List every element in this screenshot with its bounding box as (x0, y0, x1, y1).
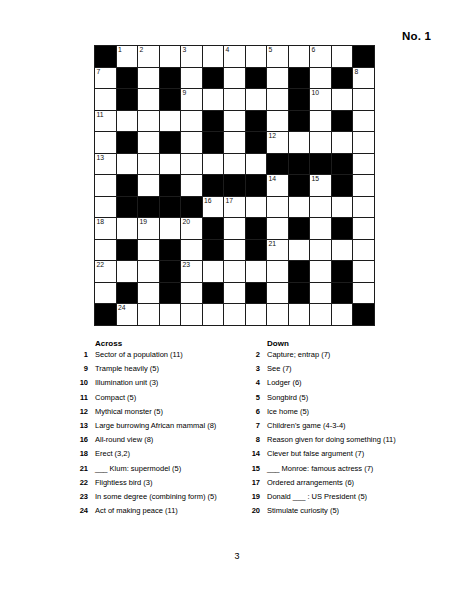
across-clue-row: 23In some degree (combining form) (5) (70, 492, 242, 506)
across-clue-row: 1Sector of a population (11) (70, 350, 242, 364)
black-cell (203, 240, 224, 261)
black-cell (117, 132, 138, 153)
black-cell (289, 154, 310, 175)
white-cell[interactable] (95, 132, 116, 153)
black-cell (289, 111, 310, 132)
white-cell[interactable] (95, 240, 116, 261)
cell-number: 23 (183, 261, 191, 269)
white-cell[interactable]: 2 (138, 46, 159, 67)
white-cell[interactable]: 1 (117, 46, 138, 67)
white-cell[interactable] (353, 175, 374, 196)
white-cell[interactable] (138, 304, 159, 325)
white-cell[interactable]: 15 (310, 175, 331, 196)
clue-text: See (7) (267, 364, 292, 373)
cell-number: 1 (118, 46, 122, 54)
black-cell (117, 89, 138, 110)
white-cell[interactable] (203, 261, 224, 282)
white-cell[interactable] (138, 283, 159, 304)
across-clue-row: 18Erect (3,2) (70, 449, 242, 463)
clue-number: 7 (242, 421, 260, 430)
white-cell[interactable] (224, 154, 245, 175)
down-clue-row: 7Children's game (4-3-4) (242, 421, 442, 435)
white-cell[interactable] (353, 218, 374, 239)
white-cell[interactable] (181, 304, 202, 325)
clue-number: 15 (242, 464, 260, 473)
clue-number: 11 (70, 393, 88, 402)
black-cell (246, 283, 267, 304)
down-clue-row: 8Reason given for doing something (11) (242, 435, 442, 449)
white-cell[interactable] (181, 175, 202, 196)
white-cell[interactable] (138, 240, 159, 261)
cell-number: 2 (140, 46, 144, 54)
white-cell[interactable] (289, 240, 310, 261)
white-cell[interactable] (246, 89, 267, 110)
across-clues: Across 1Sector of a population (11)9Tram… (70, 339, 242, 520)
black-cell (246, 111, 267, 132)
across-clue-row: 22Flightless bird (3) (70, 478, 242, 492)
white-cell[interactable] (310, 197, 331, 218)
black-cell (332, 218, 353, 239)
cell-number: 24 (118, 304, 126, 312)
clue-text: ___ Klum: supermodel (5) (95, 464, 181, 473)
across-clue-row: 21___ Klum: supermodel (5) (70, 464, 242, 478)
black-cell (95, 46, 116, 67)
cell-number: 19 (140, 218, 148, 226)
black-cell (289, 175, 310, 196)
white-cell[interactable]: 19 (138, 218, 159, 239)
white-cell[interactable] (224, 283, 245, 304)
puzzle-number: No. 1 (402, 30, 431, 42)
black-cell (246, 132, 267, 153)
clue-number: 5 (242, 393, 260, 402)
black-cell (246, 175, 267, 196)
white-cell[interactable] (353, 197, 374, 218)
black-cell (181, 197, 202, 218)
black-cell (267, 154, 288, 175)
black-cell (289, 261, 310, 282)
white-cell[interactable] (332, 46, 353, 67)
cell-number: 22 (97, 261, 105, 269)
black-cell (224, 175, 245, 196)
cell-number: 6 (312, 46, 316, 54)
clue-text: Capture; entrap (7) (267, 350, 330, 359)
clue-text: Trample heavily (5) (95, 364, 159, 373)
cell-number: 14 (269, 175, 277, 183)
white-cell[interactable] (310, 218, 331, 239)
down-clue-row: 19Donald ___ : US President (5) (242, 492, 442, 506)
white-cell[interactable] (267, 111, 288, 132)
white-cell[interactable] (181, 154, 202, 175)
clue-number: 18 (70, 449, 88, 458)
white-cell[interactable] (353, 240, 374, 261)
cell-number: 4 (226, 46, 230, 54)
black-cell (117, 283, 138, 304)
white-cell[interactable] (310, 132, 331, 153)
white-cell[interactable]: 7 (95, 68, 116, 89)
white-cell[interactable] (353, 111, 374, 132)
clue-text: In some degree (combining form) (5) (95, 492, 217, 501)
black-cell (117, 240, 138, 261)
clue-number: 19 (242, 492, 260, 501)
cell-number: 3 (183, 46, 187, 54)
black-cell (160, 175, 181, 196)
clue-number: 3 (242, 364, 260, 373)
cell-number: 10 (312, 89, 320, 97)
clue-number: 9 (70, 364, 88, 373)
white-cell[interactable] (117, 111, 138, 132)
white-cell[interactable] (181, 240, 202, 261)
white-cell[interactable] (117, 154, 138, 175)
white-cell[interactable] (310, 261, 331, 282)
white-cell[interactable] (224, 132, 245, 153)
black-cell (203, 111, 224, 132)
clue-text: Clever but false argument (7) (267, 449, 364, 458)
white-cell[interactable] (160, 218, 181, 239)
white-cell[interactable]: 17 (224, 197, 245, 218)
cell-number: 21 (269, 240, 277, 248)
black-cell (332, 111, 353, 132)
black-cell (160, 261, 181, 282)
clue-number: 12 (70, 407, 88, 416)
cell-number: 8 (355, 68, 359, 76)
white-cell[interactable]: 9 (181, 89, 202, 110)
white-cell[interactable] (181, 111, 202, 132)
black-cell (160, 68, 181, 89)
clue-text: Flightless bird (3) (95, 478, 153, 487)
black-cell (246, 218, 267, 239)
black-cell (332, 68, 353, 89)
clue-number: 6 (242, 407, 260, 416)
clue-number: 8 (242, 435, 260, 444)
clue-text: All-round view (8) (95, 435, 153, 444)
clue-text: Large burrowing African mammal (8) (95, 421, 216, 430)
cell-number: 13 (97, 154, 105, 162)
cell-number: 11 (97, 111, 104, 119)
white-cell[interactable] (353, 154, 374, 175)
white-cell[interactable] (160, 304, 181, 325)
across-header: Across (70, 339, 242, 350)
white-cell[interactable] (95, 197, 116, 218)
clue-number: 17 (242, 478, 260, 487)
down-header: Down (242, 339, 442, 350)
crossword-page: No. 1 1234567891011121314151617181920212… (0, 0, 474, 592)
down-clue-row: 2Capture; entrap (7) (242, 350, 442, 364)
across-clue-row: 11Compact (5) (70, 393, 242, 407)
white-cell[interactable]: 21 (267, 240, 288, 261)
across-clue-row: 9Trample heavily (5) (70, 364, 242, 378)
black-cell (332, 283, 353, 304)
cell-number: 16 (204, 197, 212, 205)
across-clue-row: 16All-round view (8) (70, 435, 242, 449)
white-cell[interactable] (267, 218, 288, 239)
black-cell (203, 68, 224, 89)
clue-text: Erect (3,2) (95, 449, 130, 458)
white-cell[interactable] (160, 46, 181, 67)
black-cell (203, 175, 224, 196)
white-cell[interactable] (138, 68, 159, 89)
white-cell[interactable] (353, 89, 374, 110)
white-cell[interactable] (310, 111, 331, 132)
clue-number: 1 (70, 350, 88, 359)
white-cell[interactable] (138, 89, 159, 110)
white-cell[interactable] (224, 218, 245, 239)
clue-text: Children's game (4-3-4) (267, 421, 346, 430)
white-cell[interactable] (203, 89, 224, 110)
white-cell[interactable] (95, 175, 116, 196)
clue-number: 4 (242, 378, 260, 387)
cell-number: 9 (183, 89, 187, 97)
white-cell[interactable] (160, 111, 181, 132)
crossword-grid: 123456789101112131415161718192021222324 (94, 45, 375, 326)
clue-text: Ordered arrangements (6) (267, 478, 354, 487)
white-cell[interactable] (310, 304, 331, 325)
white-cell[interactable]: 3 (181, 46, 202, 67)
down-clues: Down 2Capture; entrap (7)3See (7)4Lodger… (242, 339, 442, 520)
clue-text: Ice home (5) (267, 407, 309, 416)
white-cell[interactable]: 4 (224, 46, 245, 67)
clue-text: Compact (5) (95, 393, 136, 402)
black-cell (95, 304, 116, 325)
white-cell[interactable]: 10 (310, 89, 331, 110)
clue-text: ___ Monroe: famous actress (7) (267, 464, 373, 473)
white-cell[interactable] (246, 197, 267, 218)
black-cell (332, 175, 353, 196)
white-cell[interactable] (289, 46, 310, 67)
white-cell[interactable] (267, 68, 288, 89)
black-cell (353, 304, 374, 325)
clue-text: Donald ___ : US President (5) (267, 492, 367, 501)
white-cell[interactable] (138, 111, 159, 132)
white-cell[interactable] (267, 283, 288, 304)
black-cell (203, 283, 224, 304)
white-cell[interactable] (289, 304, 310, 325)
clue-number: 16 (70, 435, 88, 444)
white-cell[interactable] (181, 283, 202, 304)
white-cell[interactable] (181, 68, 202, 89)
clue-text: Reason given for doing something (11) (267, 435, 396, 444)
clue-number: 14 (242, 449, 260, 458)
cell-number: 17 (226, 197, 234, 205)
black-cell (289, 89, 310, 110)
black-cell (246, 68, 267, 89)
white-cell[interactable] (310, 68, 331, 89)
white-cell[interactable]: 23 (181, 261, 202, 282)
black-cell (117, 175, 138, 196)
white-cell[interactable] (310, 240, 331, 261)
white-cell[interactable]: 12 (267, 132, 288, 153)
clue-text: Mythical monster (5) (95, 407, 163, 416)
white-cell[interactable] (138, 154, 159, 175)
clue-number: 2 (242, 350, 260, 359)
clue-number: 21 (70, 464, 88, 473)
white-cell[interactable]: 18 (95, 218, 116, 239)
clue-number: 24 (70, 506, 88, 515)
white-cell[interactable] (138, 175, 159, 196)
black-cell (332, 154, 353, 175)
across-clue-row: 12Mythical monster (5) (70, 407, 242, 421)
white-cell[interactable] (246, 46, 267, 67)
cell-number: 12 (269, 132, 277, 140)
white-cell[interactable] (246, 304, 267, 325)
black-cell (353, 46, 374, 67)
white-cell[interactable] (353, 132, 374, 153)
white-cell[interactable] (203, 46, 224, 67)
white-cell[interactable] (353, 261, 374, 282)
white-cell[interactable] (95, 283, 116, 304)
white-cell[interactable] (332, 240, 353, 261)
white-cell[interactable] (95, 89, 116, 110)
white-cell[interactable]: 24 (117, 304, 138, 325)
white-cell[interactable] (224, 304, 245, 325)
white-cell[interactable] (267, 261, 288, 282)
clue-text: Stimulate curiosity (5) (267, 506, 339, 515)
white-cell[interactable] (267, 89, 288, 110)
black-cell (160, 132, 181, 153)
cell-number: 7 (97, 68, 101, 76)
down-clue-row: 5Songbird (5) (242, 393, 442, 407)
down-clue-row: 3See (7) (242, 364, 442, 378)
white-cell[interactable] (310, 283, 331, 304)
black-cell (203, 132, 224, 153)
white-cell[interactable]: 11 (95, 111, 116, 132)
black-cell (138, 197, 159, 218)
white-cell[interactable]: 13 (95, 154, 116, 175)
white-cell[interactable]: 22 (95, 261, 116, 282)
white-cell[interactable] (267, 197, 288, 218)
down-clue-row: 4Lodger (6) (242, 378, 442, 392)
across-clue-row: 10Illumination unit (3) (70, 378, 242, 392)
white-cell[interactable] (224, 89, 245, 110)
white-cell[interactable]: 16 (203, 197, 224, 218)
black-cell (289, 68, 310, 89)
down-clue-row: 14Clever but false argument (7) (242, 449, 442, 463)
white-cell[interactable] (138, 132, 159, 153)
white-cell[interactable] (224, 261, 245, 282)
black-cell (117, 197, 138, 218)
cell-number: 20 (183, 218, 191, 226)
white-cell[interactable]: 5 (267, 46, 288, 67)
black-cell (160, 240, 181, 261)
across-clue-row: 13Large burrowing African mammal (8) (70, 421, 242, 435)
black-cell (160, 197, 181, 218)
white-cell[interactable] (289, 132, 310, 153)
cell-number: 5 (269, 46, 273, 54)
white-cell[interactable] (117, 218, 138, 239)
down-clue-row: 17Ordered arrangements (6) (242, 478, 442, 492)
white-cell[interactable] (332, 89, 353, 110)
clue-number: 20 (242, 506, 260, 515)
black-cell (289, 283, 310, 304)
white-cell[interactable] (332, 197, 353, 218)
black-cell (203, 218, 224, 239)
white-cell[interactable]: 20 (181, 218, 202, 239)
clue-number: 22 (70, 478, 88, 487)
white-cell[interactable] (353, 283, 374, 304)
white-cell[interactable]: 6 (310, 46, 331, 67)
white-cell[interactable] (224, 240, 245, 261)
clue-text: Act of making peace (11) (95, 506, 178, 515)
cell-number: 15 (312, 175, 320, 183)
white-cell[interactable] (138, 261, 159, 282)
white-cell[interactable] (181, 132, 202, 153)
white-cell[interactable] (203, 304, 224, 325)
black-cell (160, 89, 181, 110)
white-cell[interactable] (246, 154, 267, 175)
clue-text: Sector of a population (11) (95, 350, 183, 359)
clue-number: 23 (70, 492, 88, 501)
white-cell[interactable] (160, 154, 181, 175)
cell-number: 18 (97, 218, 105, 226)
page-number: 3 (0, 551, 474, 561)
clue-number: 10 (70, 378, 88, 387)
across-clue-row: 24Act of making peace (11) (70, 506, 242, 520)
black-cell (310, 154, 331, 175)
black-cell (117, 68, 138, 89)
clue-text: Lodger (6) (267, 378, 302, 387)
white-cell[interactable] (224, 68, 245, 89)
clue-number: 13 (70, 421, 88, 430)
white-cell[interactable] (203, 154, 224, 175)
white-cell[interactable] (246, 261, 267, 282)
clue-text: Illumination unit (3) (95, 378, 158, 387)
white-cell[interactable] (267, 304, 288, 325)
white-cell[interactable] (289, 197, 310, 218)
clue-text: Songbird (5) (267, 393, 308, 402)
white-cell[interactable] (117, 261, 138, 282)
white-cell[interactable]: 8 (353, 68, 374, 89)
white-cell[interactable] (224, 111, 245, 132)
black-cell (160, 283, 181, 304)
black-cell (289, 218, 310, 239)
black-cell (332, 261, 353, 282)
black-cell (246, 240, 267, 261)
down-clue-row: 6Ice home (5) (242, 407, 442, 421)
white-cell[interactable] (332, 304, 353, 325)
down-clue-row: 20Stimulate curiosity (5) (242, 506, 442, 520)
white-cell[interactable] (332, 132, 353, 153)
down-clue-row: 15___ Monroe: famous actress (7) (242, 464, 442, 478)
white-cell[interactable]: 14 (267, 175, 288, 196)
